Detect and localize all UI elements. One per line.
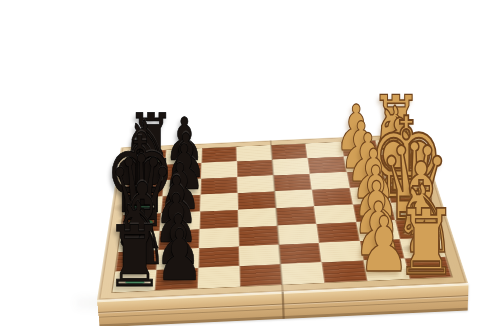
white-rook-a1[interactable]: ♜	[396, 197, 458, 288]
square-f4[interactable]	[273, 173, 312, 191]
square-h5[interactable]	[236, 145, 272, 161]
square-f5[interactable]	[237, 175, 275, 193]
square-a4[interactable]	[280, 262, 324, 285]
square-c4[interactable]	[277, 224, 319, 244]
square-b5[interactable]	[239, 244, 281, 265]
square-b6[interactable]	[198, 246, 239, 268]
square-a5[interactable]	[239, 264, 282, 287]
square-h4[interactable]	[271, 144, 308, 160]
square-d5[interactable]	[238, 208, 278, 227]
square-c6[interactable]	[198, 227, 238, 247]
square-d4[interactable]	[276, 206, 317, 225]
square-d6[interactable]	[199, 210, 238, 230]
black-rook-a8[interactable]: ♜	[106, 214, 163, 299]
square-g5[interactable]	[237, 160, 274, 177]
square-g4[interactable]	[272, 158, 310, 175]
photo-stage: ♜♞♝♛♚♝♞♜♟♟♟♟♟♟♟♟♟♟♟♟♟♟♟♟♜♞♝♛♚♝♞♜	[0, 0, 500, 326]
square-e4[interactable]	[275, 189, 315, 208]
square-c5[interactable]	[238, 226, 279, 246]
square-b4[interactable]	[279, 242, 322, 263]
square-e6[interactable]	[200, 193, 238, 212]
square-e5[interactable]	[237, 191, 276, 210]
